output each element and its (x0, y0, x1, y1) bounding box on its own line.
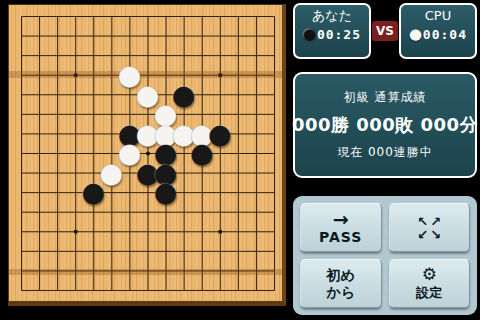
board-intersection[interactable] (247, 260, 265, 280)
black-stone: ● (193, 143, 211, 163)
stats-record-line: 000勝 000敗 000分 (292, 113, 478, 137)
board-intersection[interactable] (30, 280, 48, 300)
board-intersection[interactable] (84, 6, 102, 26)
white-stone: ● (120, 65, 138, 85)
board-intersection[interactable] (66, 65, 84, 85)
board-intersection[interactable] (265, 241, 283, 261)
board-intersection[interactable] (247, 280, 265, 300)
board-intersection[interactable] (247, 104, 265, 124)
board-intersection[interactable] (211, 104, 229, 124)
board-intersection[interactable] (247, 163, 265, 183)
board-intersection[interactable] (247, 143, 265, 163)
board-intersection[interactable] (265, 280, 283, 300)
board-intersection[interactable] (102, 26, 120, 46)
board-intersection[interactable] (175, 65, 193, 85)
board-intersection[interactable] (48, 84, 66, 104)
board-intersection[interactable] (211, 143, 229, 163)
board-intersection[interactable] (12, 26, 30, 46)
gomoku-board[interactable]: ●●●●●●●●●●●●●●●●●● (8, 4, 286, 306)
board-intersection[interactable] (120, 221, 138, 241)
board-intersection[interactable] (12, 123, 30, 143)
controls-panel: → PASS ↖ ↗ ↙ ↘ 初め から ⚙ 設定 (293, 196, 477, 315)
board-intersection[interactable] (48, 65, 66, 85)
settings-label: 設定 (416, 284, 442, 302)
board-intersection[interactable] (12, 143, 30, 163)
board-intersection[interactable] (211, 241, 229, 261)
board-intersection[interactable] (229, 202, 247, 222)
board-intersection[interactable] (138, 65, 156, 85)
board-intersection[interactable] (211, 45, 229, 65)
board-intersection[interactable] (175, 26, 193, 46)
board-intersection[interactable] (120, 241, 138, 261)
board-intersection[interactable] (12, 65, 30, 85)
board-intersection[interactable] (138, 241, 156, 261)
white-stone: ● (193, 123, 211, 143)
board-intersection[interactable] (229, 6, 247, 26)
board-intersection[interactable] (229, 123, 247, 143)
board-intersection[interactable] (66, 182, 84, 202)
white-stone: ● (157, 104, 175, 124)
board-intersection[interactable] (84, 280, 102, 300)
board-intersection[interactable] (48, 260, 66, 280)
board-intersection[interactable] (265, 104, 283, 124)
board-intersection[interactable] (247, 65, 265, 85)
board-intersection[interactable] (12, 280, 30, 300)
board-intersection[interactable] (48, 26, 66, 46)
board-intersection[interactable] (211, 163, 229, 183)
board-intersection[interactable] (66, 26, 84, 46)
board-intersection[interactable] (102, 143, 120, 163)
board-intersection[interactable] (138, 280, 156, 300)
board-intersection[interactable] (229, 182, 247, 202)
board-intersection[interactable] (120, 182, 138, 202)
board-intersection[interactable] (66, 260, 84, 280)
board-intersection[interactable] (12, 163, 30, 183)
board-intersection[interactable] (66, 45, 84, 65)
players-row: あなた ● 00:25 VS CPU ● 00:04 (293, 3, 477, 59)
board-intersection[interactable] (229, 260, 247, 280)
board-intersection[interactable] (229, 221, 247, 241)
board-intersection[interactable] (66, 241, 84, 261)
board-intersection[interactable] (48, 143, 66, 163)
board-intersection[interactable] (157, 260, 175, 280)
board-intersection[interactable] (247, 123, 265, 143)
board-intersection[interactable] (175, 163, 193, 183)
board-intersection[interactable] (120, 84, 138, 104)
white-stone: ● (120, 143, 138, 163)
board-intersection[interactable] (102, 241, 120, 261)
board-intersection[interactable] (157, 84, 175, 104)
board-intersection[interactable] (120, 260, 138, 280)
board-intersection[interactable] (120, 6, 138, 26)
board-intersection[interactable] (229, 163, 247, 183)
board-intersection[interactable] (120, 163, 138, 183)
board-intersection[interactable] (157, 45, 175, 65)
board-intersection[interactable] (30, 163, 48, 183)
board-intersection[interactable] (138, 45, 156, 65)
board-intersection[interactable] (265, 65, 283, 85)
board-intersection[interactable] (66, 6, 84, 26)
black-stone: ● (157, 182, 175, 202)
board-intersection[interactable] (229, 26, 247, 46)
board-intersection[interactable] (211, 26, 229, 46)
board-intersection[interactable] (157, 6, 175, 26)
black-stone: ● (175, 84, 193, 104)
vs-badge: VS (372, 21, 398, 41)
board-intersection[interactable] (120, 45, 138, 65)
board-intersection[interactable] (138, 202, 156, 222)
arrow-se-icon: ↘ (429, 228, 442, 241)
board-intersection[interactable] (120, 202, 138, 222)
board-intersection[interactable] (229, 84, 247, 104)
board-intersection[interactable] (66, 280, 84, 300)
board-intersection[interactable] (211, 6, 229, 26)
player-time-cpu: 00:04 (423, 27, 467, 42)
board-intersection[interactable] (265, 26, 283, 46)
board-intersection[interactable] (84, 260, 102, 280)
board-intersection[interactable] (138, 26, 156, 46)
board-intersection[interactable] (265, 202, 283, 222)
player-timer-you: ● 00:25 (300, 27, 364, 42)
white-stone: ● (102, 163, 120, 183)
expand-button[interactable]: ↖ ↗ ↙ ↘ (389, 203, 471, 252)
board-intersection[interactable] (30, 182, 48, 202)
white-stone: ● (138, 123, 156, 143)
arrow-ne-icon: ↗ (429, 215, 442, 228)
board-intersection[interactable] (247, 182, 265, 202)
board-intersection[interactable] (12, 84, 30, 104)
stones-grid: ●●●●●●●●●●●●●●●●●● (12, 6, 283, 299)
board-intersection[interactable] (229, 143, 247, 163)
board-intersection[interactable] (193, 260, 211, 280)
black-stone: ● (157, 143, 175, 163)
board-intersection[interactable] (175, 202, 193, 222)
player-name-you: あなた (312, 9, 352, 23)
board-intersection[interactable] (12, 260, 30, 280)
board-intersection[interactable] (157, 202, 175, 222)
board-intersection[interactable] (102, 280, 120, 300)
board-intersection[interactable] (66, 143, 84, 163)
board-intersection[interactable] (102, 182, 120, 202)
black-stone: ● (120, 123, 138, 143)
board-intersection[interactable] (265, 45, 283, 65)
board-intersection[interactable] (175, 280, 193, 300)
board-intersection[interactable] (138, 143, 156, 163)
board-intersection[interactable] (30, 241, 48, 261)
player-box-you: あなた ● 00:25 (293, 3, 371, 59)
board-intersection[interactable] (157, 280, 175, 300)
player-timer-cpu: ● 00:04 (406, 27, 470, 42)
board-intersection[interactable] (193, 221, 211, 241)
board-intersection[interactable] (265, 84, 283, 104)
board-intersection[interactable] (193, 163, 211, 183)
board-intersection[interactable] (138, 260, 156, 280)
board-intersection[interactable] (84, 221, 102, 241)
stats-streak-line: 現在 000連勝中 (337, 144, 433, 161)
board-intersection[interactable] (193, 104, 211, 124)
board-intersection[interactable] (30, 45, 48, 65)
board-intersection[interactable] (120, 26, 138, 46)
board-intersection[interactable] (247, 6, 265, 26)
board-intersection[interactable] (66, 202, 84, 222)
board-intersection[interactable] (265, 163, 283, 183)
board-intersection[interactable] (66, 221, 84, 241)
board-intersection[interactable] (48, 123, 66, 143)
board-intersection[interactable] (48, 163, 66, 183)
board-intersection[interactable] (84, 45, 102, 65)
board-intersection[interactable] (193, 182, 211, 202)
black-stone: ● (84, 182, 102, 202)
board-intersection[interactable] (102, 104, 120, 124)
board-intersection[interactable] (211, 280, 229, 300)
board-intersection[interactable] (138, 221, 156, 241)
board-intersection[interactable] (102, 65, 120, 85)
board-intersection[interactable] (48, 221, 66, 241)
board-intersection[interactable] (84, 163, 102, 183)
board-intersection[interactable] (102, 45, 120, 65)
board-intersection[interactable] (102, 123, 120, 143)
board-intersection[interactable] (175, 241, 193, 261)
board-intersection[interactable] (30, 143, 48, 163)
board-intersection[interactable] (102, 260, 120, 280)
board-intersection[interactable] (120, 280, 138, 300)
board-intersection[interactable] (193, 280, 211, 300)
gear-icon: ⚙ (422, 266, 437, 283)
board-intersection[interactable] (193, 6, 211, 26)
white-stone: ● (138, 84, 156, 104)
board-intersection[interactable] (48, 104, 66, 124)
board-intersection[interactable] (247, 45, 265, 65)
board-intersection[interactable] (175, 182, 193, 202)
board-intersection[interactable] (157, 65, 175, 85)
board-intersection[interactable] (120, 104, 138, 124)
board-intersection[interactable] (12, 241, 30, 261)
board-intersection[interactable] (247, 241, 265, 261)
black-stone: ● (211, 123, 229, 143)
settings-button[interactable]: ⚙ 設定 (389, 259, 471, 308)
app-screen: ●●●●●●●●●●●●●●●●●● あなた ● 00:25 VS CPU ● … (0, 0, 480, 320)
board-intersection[interactable] (138, 104, 156, 124)
player-name-cpu: CPU (425, 9, 451, 23)
board-intersection[interactable] (12, 221, 30, 241)
board-intersection[interactable] (211, 65, 229, 85)
board-intersection[interactable] (102, 84, 120, 104)
board-intersection[interactable] (138, 6, 156, 26)
board-intersection[interactable] (265, 182, 283, 202)
board-intersection[interactable] (229, 45, 247, 65)
board-intersection[interactable] (175, 221, 193, 241)
board-intersection[interactable] (84, 241, 102, 261)
board-intersection[interactable] (84, 143, 102, 163)
board-intersection[interactable] (12, 182, 30, 202)
board-intersection[interactable] (30, 65, 48, 85)
board-intersection[interactable] (12, 104, 30, 124)
board-intersection[interactable] (211, 182, 229, 202)
board-intersection[interactable] (265, 260, 283, 280)
board-intersection[interactable] (211, 202, 229, 222)
board-intersection[interactable] (30, 84, 48, 104)
board-intersection[interactable] (66, 104, 84, 124)
board-intersection[interactable] (102, 221, 120, 241)
pass-button[interactable]: → PASS (300, 203, 382, 252)
board-intersection[interactable] (211, 84, 229, 104)
board-intersection[interactable] (84, 123, 102, 143)
board-intersection[interactable] (229, 280, 247, 300)
board-intersection[interactable] (265, 221, 283, 241)
board-intersection[interactable] (229, 241, 247, 261)
board-intersection[interactable] (12, 45, 30, 65)
board-intersection[interactable] (175, 143, 193, 163)
board-intersection[interactable] (30, 6, 48, 26)
board-intersection[interactable] (265, 143, 283, 163)
player-time-you: 00:25 (317, 27, 361, 42)
board-intersection[interactable] (30, 26, 48, 46)
board-intersection[interactable] (247, 84, 265, 104)
board-intersection[interactable] (175, 6, 193, 26)
board-intersection[interactable] (48, 241, 66, 261)
black-stone-icon: ● (303, 27, 316, 42)
board-intersection[interactable] (193, 65, 211, 85)
expand-arrows-icon: ↖ ↗ ↙ ↘ (416, 215, 442, 241)
board-intersection[interactable] (193, 84, 211, 104)
board-intersection[interactable] (66, 84, 84, 104)
board-intersection[interactable] (157, 241, 175, 261)
right-arrow-icon: → (333, 210, 349, 229)
board-intersection[interactable] (30, 202, 48, 222)
board-intersection[interactable] (48, 182, 66, 202)
board-intersection[interactable] (229, 65, 247, 85)
restart-label-line2: から (326, 284, 355, 300)
restart-label-line1: 初め (327, 267, 355, 283)
board-intersection[interactable] (84, 202, 102, 222)
board-intersection[interactable] (84, 84, 102, 104)
board-intersection[interactable] (30, 221, 48, 241)
board-intersection[interactable] (30, 123, 48, 143)
board-intersection[interactable] (247, 221, 265, 241)
board-intersection[interactable] (12, 6, 30, 26)
stats-rank-line: 初級 通算成績 (344, 89, 427, 106)
board-intersection[interactable] (211, 260, 229, 280)
board-intersection[interactable] (30, 260, 48, 280)
board-intersection[interactable] (84, 26, 102, 46)
board-intersection[interactable] (157, 26, 175, 46)
board-intersection[interactable] (193, 45, 211, 65)
white-stone: ● (157, 123, 175, 143)
board-intersection[interactable] (12, 202, 30, 222)
board-intersection[interactable] (265, 123, 283, 143)
board-intersection[interactable] (48, 45, 66, 65)
board-intersection[interactable] (157, 221, 175, 241)
black-stone: ● (157, 163, 175, 183)
board-intersection[interactable] (175, 104, 193, 124)
board-intersection[interactable] (138, 182, 156, 202)
board-intersection[interactable] (48, 6, 66, 26)
board-intersection[interactable] (102, 202, 120, 222)
white-stone-icon: ● (409, 27, 422, 42)
board-intersection[interactable] (211, 221, 229, 241)
board-intersection[interactable] (84, 104, 102, 124)
board-intersection[interactable] (247, 202, 265, 222)
board-intersection[interactable] (265, 6, 283, 26)
board-intersection[interactable] (30, 104, 48, 124)
arrow-nw-icon: ↖ (416, 215, 429, 228)
board-intersection[interactable] (247, 26, 265, 46)
pass-label: PASS (319, 229, 362, 246)
black-stone: ● (138, 163, 156, 183)
board-intersection[interactable] (66, 163, 84, 183)
board-intersection[interactable] (193, 202, 211, 222)
board-intersection[interactable] (175, 260, 193, 280)
side-panel: あなた ● 00:25 VS CPU ● 00:04 初級 通算成績 000勝 … (293, 0, 477, 320)
board-intersection[interactable] (193, 241, 211, 261)
board-intersection[interactable] (175, 45, 193, 65)
white-stone: ● (175, 123, 193, 143)
board-intersection[interactable] (229, 104, 247, 124)
board-intersection[interactable] (48, 202, 66, 222)
board-intersection[interactable] (48, 280, 66, 300)
arrow-sw-icon: ↙ (416, 228, 429, 241)
board-intersection[interactable] (84, 65, 102, 85)
player-box-cpu: CPU ● 00:04 (399, 3, 477, 59)
board-intersection[interactable] (102, 6, 120, 26)
restart-button[interactable]: 初め から (300, 259, 382, 308)
board-intersection[interactable] (66, 123, 84, 143)
stats-box: 初級 通算成績 000勝 000敗 000分 現在 000連勝中 (293, 72, 477, 178)
board-intersection[interactable] (193, 26, 211, 46)
